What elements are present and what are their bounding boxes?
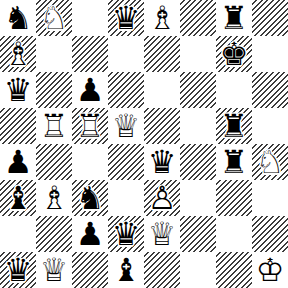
piece-glyph: ♗ xyxy=(144,0,180,36)
square-g4[interactable]: ♜♜ xyxy=(216,144,252,180)
piece-glyph: ♕ xyxy=(144,216,180,252)
square-h7[interactable] xyxy=(252,36,288,72)
square-d2[interactable]: ♛♛ xyxy=(108,216,144,252)
piece-black-queen-icon[interactable]: ♛♛ xyxy=(144,144,180,180)
square-a7[interactable]: ♝♗ xyxy=(0,36,36,72)
piece-black-queen-icon[interactable]: ♛♛ xyxy=(108,216,144,252)
square-b4[interactable] xyxy=(36,144,72,180)
piece-white-queen-icon[interactable]: ♛♕ xyxy=(108,108,144,144)
piece-white-queen-icon[interactable]: ♛♕ xyxy=(36,252,72,288)
square-d3[interactable] xyxy=(108,180,144,216)
square-f6[interactable] xyxy=(180,72,216,108)
square-f4[interactable] xyxy=(180,144,216,180)
square-d5[interactable]: ♛♕ xyxy=(108,108,144,144)
square-a4[interactable]: ♟♟ xyxy=(0,144,36,180)
square-h2[interactable] xyxy=(252,216,288,252)
square-d4[interactable] xyxy=(108,144,144,180)
square-b1[interactable]: ♛♕ xyxy=(36,252,72,288)
piece-glyph: ♘ xyxy=(252,144,288,180)
square-b5[interactable]: ♜♖ xyxy=(36,108,72,144)
piece-black-knight-icon[interactable]: ♞♞ xyxy=(0,0,36,36)
square-f8[interactable] xyxy=(180,0,216,36)
piece-white-queen-icon[interactable]: ♛♕ xyxy=(144,216,180,252)
square-b8[interactable]: ♞♘ xyxy=(36,0,72,36)
piece-glyph: ♕ xyxy=(36,252,72,288)
piece-glyph: ♛ xyxy=(0,72,36,108)
square-f5[interactable] xyxy=(180,108,216,144)
piece-white-pawn-icon[interactable]: ♟♙ xyxy=(144,180,180,216)
piece-glyph: ♜ xyxy=(216,0,252,36)
piece-glyph: ♗ xyxy=(0,36,36,72)
piece-glyph: ♟ xyxy=(72,72,108,108)
piece-white-rook-icon[interactable]: ♜♖ xyxy=(72,108,108,144)
square-d8[interactable]: ♛♛ xyxy=(108,0,144,36)
square-a2[interactable] xyxy=(0,216,36,252)
square-g1[interactable] xyxy=(216,252,252,288)
piece-glyph: ♛ xyxy=(144,144,180,180)
piece-glyph: ♖ xyxy=(36,108,72,144)
square-e7[interactable] xyxy=(144,36,180,72)
piece-black-queen-icon[interactable]: ♛♛ xyxy=(0,72,36,108)
piece-glyph: ♞ xyxy=(72,180,108,216)
square-c6[interactable]: ♟♟ xyxy=(72,72,108,108)
square-e3[interactable]: ♟♙ xyxy=(144,180,180,216)
square-f1[interactable] xyxy=(180,252,216,288)
piece-white-knight-icon[interactable]: ♞♘ xyxy=(36,0,72,36)
piece-glyph: ♚ xyxy=(216,36,252,72)
square-c3[interactable]: ♞♞ xyxy=(72,180,108,216)
square-a3[interactable]: ♝♝ xyxy=(0,180,36,216)
piece-black-king-icon[interactable]: ♚♚ xyxy=(216,36,252,72)
square-c4[interactable] xyxy=(72,144,108,180)
square-b6[interactable] xyxy=(36,72,72,108)
piece-glyph: ♛ xyxy=(0,252,36,288)
square-e5[interactable] xyxy=(144,108,180,144)
square-e8[interactable]: ♝♗ xyxy=(144,0,180,36)
piece-glyph: ♗ xyxy=(36,180,72,216)
square-b3[interactable]: ♝♗ xyxy=(36,180,72,216)
square-a6[interactable]: ♛♛ xyxy=(0,72,36,108)
piece-black-queen-icon[interactable]: ♛♛ xyxy=(108,0,144,36)
piece-black-rook-icon[interactable]: ♜♜ xyxy=(216,144,252,180)
piece-white-king-icon[interactable]: ♚♔ xyxy=(252,252,288,288)
square-e1[interactable] xyxy=(144,252,180,288)
square-e4[interactable]: ♛♛ xyxy=(144,144,180,180)
square-h1[interactable]: ♚♔ xyxy=(252,252,288,288)
piece-glyph: ♟ xyxy=(0,144,36,180)
piece-glyph: ♜ xyxy=(216,144,252,180)
piece-glyph: ♛ xyxy=(108,0,144,36)
square-c8[interactable] xyxy=(72,0,108,36)
piece-glyph: ♞ xyxy=(0,0,36,36)
piece-black-pawn-icon[interactable]: ♟♟ xyxy=(72,216,108,252)
square-f2[interactable] xyxy=(180,216,216,252)
square-f7[interactable] xyxy=(180,36,216,72)
square-g6[interactable] xyxy=(216,72,252,108)
square-d6[interactable] xyxy=(108,72,144,108)
square-e2[interactable]: ♛♕ xyxy=(144,216,180,252)
piece-black-rook-icon[interactable]: ♜♜ xyxy=(216,108,252,144)
square-d7[interactable] xyxy=(108,36,144,72)
piece-glyph: ♕ xyxy=(108,108,144,144)
square-d1[interactable]: ♝♝ xyxy=(108,252,144,288)
piece-white-bishop-icon[interactable]: ♝♗ xyxy=(0,36,36,72)
piece-white-bishop-icon[interactable]: ♝♗ xyxy=(36,180,72,216)
square-c1[interactable] xyxy=(72,252,108,288)
piece-glyph: ♜ xyxy=(216,108,252,144)
piece-black-rook-icon[interactable]: ♜♜ xyxy=(216,0,252,36)
square-a1[interactable]: ♛♛ xyxy=(0,252,36,288)
square-g8[interactable]: ♜♜ xyxy=(216,0,252,36)
square-h4[interactable]: ♞♘ xyxy=(252,144,288,180)
square-e6[interactable] xyxy=(144,72,180,108)
piece-black-bishop-icon[interactable]: ♝♝ xyxy=(108,252,144,288)
piece-glyph: ♝ xyxy=(0,180,36,216)
square-a5[interactable] xyxy=(0,108,36,144)
square-f3[interactable] xyxy=(180,180,216,216)
piece-black-pawn-icon[interactable]: ♟♟ xyxy=(0,144,36,180)
square-a8[interactable]: ♞♞ xyxy=(0,0,36,36)
piece-black-pawn-icon[interactable]: ♟♟ xyxy=(72,72,108,108)
square-g7[interactable]: ♚♚ xyxy=(216,36,252,72)
square-b2[interactable] xyxy=(36,216,72,252)
square-h6[interactable] xyxy=(252,72,288,108)
piece-white-knight-icon[interactable]: ♞♘ xyxy=(252,144,288,180)
square-g2[interactable] xyxy=(216,216,252,252)
piece-black-knight-icon[interactable]: ♞♞ xyxy=(72,180,108,216)
square-h8[interactable] xyxy=(252,0,288,36)
square-g5[interactable]: ♜♜ xyxy=(216,108,252,144)
piece-glyph: ♖ xyxy=(72,108,108,144)
chess-board: ♞♞♞♘♛♛♝♗♜♜♝♗♚♚♛♛♟♟♜♖♜♖♛♕♜♜♟♟♛♛♜♜♞♘♝♝♝♗♞♞… xyxy=(0,0,288,288)
square-c5[interactable]: ♜♖ xyxy=(72,108,108,144)
square-h3[interactable] xyxy=(252,180,288,216)
piece-white-bishop-icon[interactable]: ♝♗ xyxy=(144,0,180,36)
piece-white-rook-icon[interactable]: ♜♖ xyxy=(36,108,72,144)
square-b7[interactable] xyxy=(36,36,72,72)
piece-glyph: ♟ xyxy=(72,216,108,252)
piece-glyph: ♔ xyxy=(252,252,288,288)
square-h5[interactable] xyxy=(252,108,288,144)
piece-glyph: ♛ xyxy=(108,216,144,252)
square-c2[interactable]: ♟♟ xyxy=(72,216,108,252)
square-g3[interactable] xyxy=(216,180,252,216)
piece-glyph: ♘ xyxy=(36,0,72,36)
piece-black-bishop-icon[interactable]: ♝♝ xyxy=(0,180,36,216)
piece-glyph: ♝ xyxy=(108,252,144,288)
piece-black-queen-icon[interactable]: ♛♛ xyxy=(0,252,36,288)
chess-board-diagram: ♞♞♞♘♛♛♝♗♜♜♝♗♚♚♛♛♟♟♜♖♜♖♛♕♜♜♟♟♛♛♜♜♞♘♝♝♝♗♞♞… xyxy=(0,0,288,288)
square-c7[interactable] xyxy=(72,36,108,72)
piece-glyph: ♙ xyxy=(144,180,180,216)
